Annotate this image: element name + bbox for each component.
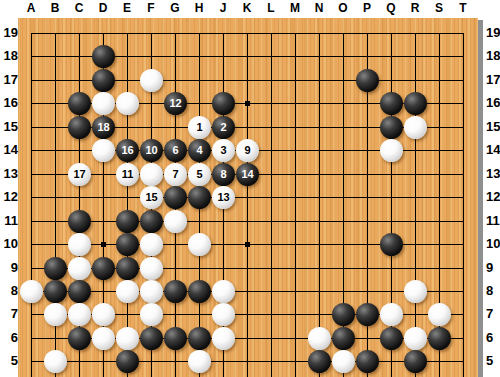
move-number: 3 xyxy=(220,139,226,162)
board-grid-line-vertical xyxy=(247,33,248,377)
coordinate-label-top: N xyxy=(307,1,331,15)
move-number: 14 xyxy=(241,163,253,186)
black-stone-Q15[interactable] xyxy=(380,116,403,139)
star-point xyxy=(101,242,106,247)
white-stone-J6[interactable] xyxy=(212,327,235,350)
board-grid-line-horizontal xyxy=(31,291,464,292)
white-stone-C13[interactable]: 17 xyxy=(68,163,91,186)
coordinate-label-right: 11 xyxy=(486,213,500,229)
white-stone-H15[interactable]: 1 xyxy=(188,116,211,139)
coordinate-label-top: P xyxy=(355,1,379,15)
coordinate-label-right: 13 xyxy=(486,166,500,182)
coordinate-label-top: A xyxy=(19,1,43,15)
coordinate-label-top: Q xyxy=(379,1,403,15)
board-grid-line-horizontal xyxy=(31,361,464,362)
coordinate-label-right: 16 xyxy=(486,95,500,111)
black-stone-J13[interactable]: 8 xyxy=(212,163,235,186)
coordinate-label-right: 19 xyxy=(486,25,500,41)
coordinate-label-left: 10 xyxy=(0,236,18,252)
board-grid-line-vertical xyxy=(127,33,128,377)
white-stone-H13[interactable]: 5 xyxy=(188,163,211,186)
move-number: 6 xyxy=(172,139,178,162)
white-stone-G13[interactable]: 7 xyxy=(164,163,187,186)
white-stone-E6[interactable] xyxy=(116,327,139,350)
white-stone-C9[interactable] xyxy=(68,257,91,280)
board-grid-line-horizontal xyxy=(31,33,464,34)
coordinate-label-top: B xyxy=(43,1,67,15)
black-stone-E11[interactable] xyxy=(116,210,139,233)
coordinate-label-top: G xyxy=(163,1,187,15)
coordinate-label-right: 18 xyxy=(486,48,500,64)
coordinate-label-top: S xyxy=(427,1,451,15)
white-stone-R8[interactable] xyxy=(404,280,427,303)
star-point xyxy=(245,101,250,106)
coordinate-label-left: 9 xyxy=(0,260,18,276)
move-number: 16 xyxy=(121,139,133,162)
coordinate-label-left: 7 xyxy=(0,306,18,322)
coordinate-label-top: O xyxy=(331,1,355,15)
white-stone-F13[interactable] xyxy=(140,163,163,186)
white-stone-F17[interactable] xyxy=(140,69,163,92)
black-stone-Q6[interactable] xyxy=(380,327,403,350)
coordinate-label-top: J xyxy=(211,1,235,15)
move-number: 8 xyxy=(220,163,226,186)
black-stone-F11[interactable] xyxy=(140,210,163,233)
white-stone-A8[interactable] xyxy=(20,280,43,303)
coordinate-label-left: 5 xyxy=(0,353,18,369)
black-stone-H12[interactable] xyxy=(188,186,211,209)
coordinate-label-top: L xyxy=(259,1,283,15)
coordinate-label-right: 8 xyxy=(486,283,500,299)
black-stone-S6[interactable] xyxy=(428,327,451,350)
board-grid-line-vertical xyxy=(271,33,272,377)
coordinate-label-right: 7 xyxy=(486,306,500,322)
coordinate-label-right: 14 xyxy=(486,142,500,158)
board-edge-shadow xyxy=(478,20,483,377)
move-number: 2 xyxy=(220,116,226,139)
black-stone-B9[interactable] xyxy=(44,257,67,280)
board-grid-line-vertical xyxy=(415,33,416,377)
coordinate-label-left: 6 xyxy=(0,330,18,346)
black-stone-P17[interactable] xyxy=(356,69,379,92)
white-stone-E13[interactable]: 11 xyxy=(116,163,139,186)
coordinate-label-right: 12 xyxy=(486,189,500,205)
go-app-screen: ABCDEFGHJKLMNOPQRST191918181717161615151… xyxy=(0,0,500,377)
black-stone-J15[interactable]: 2 xyxy=(212,116,235,139)
black-stone-K13[interactable]: 14 xyxy=(236,163,259,186)
coordinate-label-left: 11 xyxy=(0,213,18,229)
move-number: 4 xyxy=(196,139,202,162)
coordinate-label-right: 15 xyxy=(486,119,500,135)
coordinate-label-left: 18 xyxy=(0,48,18,64)
coordinate-label-top: E xyxy=(115,1,139,15)
coordinate-label-left: 17 xyxy=(0,72,18,88)
white-stone-F12[interactable]: 15 xyxy=(140,186,163,209)
black-stone-B8[interactable] xyxy=(44,280,67,303)
coordinate-label-left: 13 xyxy=(0,166,18,182)
black-stone-G12[interactable] xyxy=(164,186,187,209)
black-stone-H6[interactable] xyxy=(188,327,211,350)
white-stone-J8[interactable] xyxy=(212,280,235,303)
move-number: 7 xyxy=(172,163,178,186)
white-stone-R15[interactable] xyxy=(404,116,427,139)
move-number: 10 xyxy=(145,139,157,162)
star-point xyxy=(245,242,250,247)
board-grid-line-vertical xyxy=(31,33,32,377)
black-stone-C8[interactable] xyxy=(68,280,91,303)
white-stone-E8[interactable] xyxy=(116,280,139,303)
white-stone-N6[interactable] xyxy=(308,327,331,350)
move-number: 9 xyxy=(244,139,250,162)
black-stone-H8[interactable] xyxy=(188,280,211,303)
black-stone-D9[interactable] xyxy=(92,257,115,280)
white-stone-J12[interactable]: 13 xyxy=(212,186,235,209)
coordinate-label-top: C xyxy=(67,1,91,15)
coordinate-label-top: T xyxy=(451,1,475,15)
coordinate-label-top: F xyxy=(139,1,163,15)
coordinate-label-left: 16 xyxy=(0,95,18,111)
coordinate-label-right: 5 xyxy=(486,353,500,369)
coordinate-label-top: M xyxy=(283,1,307,15)
coordinate-label-top: R xyxy=(403,1,427,15)
coordinate-label-right: 10 xyxy=(486,236,500,252)
black-stone-D17[interactable] xyxy=(92,69,115,92)
board-grid-line-horizontal xyxy=(31,197,464,198)
board-grid-line-vertical xyxy=(319,33,320,377)
coordinate-label-top: K xyxy=(235,1,259,15)
black-stone-E9[interactable] xyxy=(116,257,139,280)
coordinate-label-top: H xyxy=(187,1,211,15)
coordinate-label-right: 9 xyxy=(486,260,500,276)
board-grid-line-vertical xyxy=(463,33,464,377)
move-number: 5 xyxy=(196,163,202,186)
move-number: 11 xyxy=(122,163,134,186)
black-stone-G8[interactable] xyxy=(164,280,187,303)
move-number: 12 xyxy=(169,92,181,115)
move-number: 13 xyxy=(217,186,229,209)
coordinate-label-left: 12 xyxy=(0,189,18,205)
coordinate-label-top: D xyxy=(91,1,115,15)
black-stone-C6[interactable] xyxy=(68,327,91,350)
white-stone-F8[interactable] xyxy=(140,280,163,303)
coordinate-label-right: 6 xyxy=(486,330,500,346)
black-stone-G6[interactable] xyxy=(164,327,187,350)
coordinate-label-left: 15 xyxy=(0,119,18,135)
board-grid-line-horizontal xyxy=(31,221,464,222)
move-number: 18 xyxy=(97,116,109,139)
white-stone-R6[interactable] xyxy=(404,327,427,350)
white-stone-F9[interactable] xyxy=(140,257,163,280)
coordinate-label-left: 19 xyxy=(0,25,18,41)
black-stone-E10[interactable] xyxy=(116,233,139,256)
black-stone-C15[interactable] xyxy=(68,116,91,139)
coordinate-label-left: 14 xyxy=(0,142,18,158)
board-grid-line-vertical xyxy=(295,33,296,377)
coordinate-label-right: 17 xyxy=(486,72,500,88)
black-stone-C11[interactable] xyxy=(68,210,91,233)
black-stone-Q10[interactable] xyxy=(380,233,403,256)
coordinate-label-left: 8 xyxy=(0,283,18,299)
black-stone-D15[interactable]: 18 xyxy=(92,116,115,139)
move-number: 1 xyxy=(196,116,202,139)
white-stone-G11[interactable] xyxy=(164,210,187,233)
white-stone-F10[interactable] xyxy=(140,233,163,256)
white-stone-D6[interactable] xyxy=(92,327,115,350)
black-stone-O6[interactable] xyxy=(332,327,355,350)
move-number: 15 xyxy=(145,186,157,209)
black-stone-F6[interactable] xyxy=(140,327,163,350)
white-stone-H10[interactable] xyxy=(188,233,211,256)
move-number: 17 xyxy=(73,163,85,186)
white-stone-C10[interactable] xyxy=(68,233,91,256)
